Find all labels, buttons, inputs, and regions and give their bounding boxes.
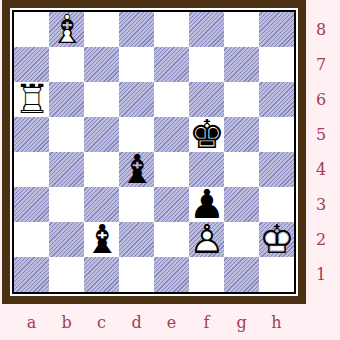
file-label-e: e [154,308,189,338]
rank-label-7: 7 [306,47,336,82]
square-a4[interactable] [14,152,49,187]
square-c6[interactable] [84,82,119,117]
square-b4[interactable] [49,152,84,187]
black-bishop: ♝ [119,152,154,187]
file-labels: abcdefgh [14,308,294,338]
square-b8[interactable]: ♝♗ [49,12,84,47]
square-b7[interactable] [49,47,84,82]
square-h1[interactable] [259,257,294,292]
white-king: ♚♔ [259,222,294,257]
square-f3[interactable]: ♟ [189,187,224,222]
square-d4[interactable]: ♝ [119,152,154,187]
white-bishop-outline: ♗ [49,12,84,47]
square-e5[interactable] [154,117,189,152]
file-label-b: b [49,308,84,338]
rank-label-1: 1 [306,257,336,292]
file-label-g: g [224,308,259,338]
square-e8[interactable] [154,12,189,47]
file-label-h: h [259,308,294,338]
square-e2[interactable] [154,222,189,257]
file-label-c: c [84,308,119,338]
square-b1[interactable] [49,257,84,292]
white-pawn: ♟♙ [189,222,224,257]
rank-label-2: 2 [306,222,336,257]
square-g6[interactable] [224,82,259,117]
square-b3[interactable] [49,187,84,222]
white-rook-outline: ♖ [14,82,49,117]
black-king: ♚ [189,117,224,152]
square-e4[interactable] [154,152,189,187]
square-g4[interactable] [224,152,259,187]
rank-label-6: 6 [306,82,336,117]
rank-label-3: 3 [306,187,336,222]
square-f2[interactable]: ♟♙ [189,222,224,257]
square-c3[interactable] [84,187,119,222]
rank-labels: 87654321 [306,12,336,292]
square-c2[interactable]: ♝ [84,222,119,257]
square-a2[interactable] [14,222,49,257]
square-h6[interactable] [259,82,294,117]
square-d6[interactable] [119,82,154,117]
square-a6[interactable]: ♜♖ [14,82,49,117]
white-rook: ♜♖ [14,82,49,117]
rank-label-4: 4 [306,152,336,187]
square-f4[interactable] [189,152,224,187]
square-c4[interactable] [84,152,119,187]
square-f7[interactable] [189,47,224,82]
square-b6[interactable] [49,82,84,117]
square-d7[interactable] [119,47,154,82]
board-inner-border: ♝♗♜♖♚♝♟♝♟♙♚♔ [12,10,296,294]
square-f8[interactable] [189,12,224,47]
square-c8[interactable] [84,12,119,47]
square-g1[interactable] [224,257,259,292]
square-h5[interactable] [259,117,294,152]
square-a3[interactable] [14,187,49,222]
square-e6[interactable] [154,82,189,117]
square-c5[interactable] [84,117,119,152]
rank-label-8: 8 [306,12,336,47]
square-b5[interactable] [49,117,84,152]
square-f6[interactable] [189,82,224,117]
square-g3[interactable] [224,187,259,222]
square-g5[interactable] [224,117,259,152]
square-h8[interactable] [259,12,294,47]
square-e1[interactable] [154,257,189,292]
square-d3[interactable] [119,187,154,222]
board: ♝♗♜♖♚♝♟♝♟♙♚♔ [14,12,294,292]
rank-label-5: 5 [306,117,336,152]
square-e3[interactable] [154,187,189,222]
square-f1[interactable] [189,257,224,292]
square-h3[interactable] [259,187,294,222]
white-bishop: ♝♗ [49,12,84,47]
white-pawn-outline: ♙ [189,222,224,257]
black-bishop: ♝ [84,222,119,257]
square-h4[interactable] [259,152,294,187]
file-label-f: f [189,308,224,338]
file-label-d: d [119,308,154,338]
square-d1[interactable] [119,257,154,292]
square-f5[interactable]: ♚ [189,117,224,152]
square-a8[interactable] [14,12,49,47]
square-a5[interactable] [14,117,49,152]
file-label-a: a [14,308,49,338]
square-c1[interactable] [84,257,119,292]
board-frame: ♝♗♜♖♚♝♟♝♟♙♚♔ [2,0,306,304]
square-e7[interactable] [154,47,189,82]
square-h7[interactable] [259,47,294,82]
square-d8[interactable] [119,12,154,47]
square-c7[interactable] [84,47,119,82]
square-h2[interactable]: ♚♔ [259,222,294,257]
square-a7[interactable] [14,47,49,82]
square-b2[interactable] [49,222,84,257]
square-g7[interactable] [224,47,259,82]
square-d2[interactable] [119,222,154,257]
black-pawn: ♟ [189,187,224,222]
square-a1[interactable] [14,257,49,292]
white-king-outline: ♔ [259,222,294,257]
square-d5[interactable] [119,117,154,152]
square-g8[interactable] [224,12,259,47]
square-g2[interactable] [224,222,259,257]
